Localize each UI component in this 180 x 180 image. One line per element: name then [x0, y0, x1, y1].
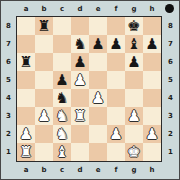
square-d5[interactable]: ♟	[71, 71, 89, 89]
square-h1[interactable]	[143, 143, 161, 161]
rank-labels-left: 87654321	[2, 17, 15, 161]
white-knight[interactable]: ♞	[53, 107, 71, 125]
square-a5[interactable]	[17, 71, 35, 89]
coord-label: c	[53, 2, 71, 15]
square-g5[interactable]	[125, 71, 143, 89]
square-h3[interactable]	[143, 107, 161, 125]
square-d1[interactable]	[71, 143, 89, 161]
square-e6[interactable]	[89, 53, 107, 71]
square-d2[interactable]	[71, 125, 89, 143]
coord-label: 7	[164, 35, 177, 53]
coord-label: a	[17, 2, 35, 15]
coord-label: c	[53, 163, 71, 177]
white-pawn[interactable]: ♟	[71, 71, 89, 89]
coord-label: e	[89, 163, 107, 177]
chess-board[interactable]: ♜♚♞♟♟♝♟♜♟♟♟♟♞♟♟♞♜♟♟♞♟♟♜♝♚	[17, 17, 161, 161]
black-to-move-indicator	[165, 4, 174, 13]
square-g7[interactable]: ♝	[125, 35, 143, 53]
rank-labels-right: 87654321	[164, 17, 177, 161]
square-h2[interactable]: ♟	[143, 125, 161, 143]
white-pawn[interactable]: ♟	[89, 89, 107, 107]
square-f6[interactable]	[107, 53, 125, 71]
square-c1[interactable]: ♝	[53, 143, 71, 161]
black-pawn[interactable]: ♟	[53, 71, 71, 89]
square-d4[interactable]	[71, 89, 89, 107]
white-pawn[interactable]: ♟	[17, 125, 35, 143]
square-c4[interactable]: ♞	[53, 89, 71, 107]
board-frame: ♜♚♞♟♟♝♟♜♟♟♟♟♞♟♟♞♜♟♟♞♟♟♜♝♚	[16, 16, 162, 162]
coord-label: g	[125, 163, 143, 177]
black-knight[interactable]: ♞	[53, 89, 71, 107]
square-e1[interactable]	[89, 143, 107, 161]
square-d3[interactable]: ♜	[71, 107, 89, 125]
chess-widget: abcdefgh abcdefgh 87654321 87654321 ♜♚♞♟…	[0, 0, 180, 180]
square-f8[interactable]	[107, 17, 125, 35]
coord-label: 1	[164, 143, 177, 161]
coord-label: 5	[164, 71, 177, 89]
coord-label: 3	[164, 107, 177, 125]
white-pawn[interactable]: ♟	[35, 107, 53, 125]
square-f4[interactable]	[107, 89, 125, 107]
square-h8[interactable]	[143, 17, 161, 35]
white-king[interactable]: ♚	[125, 143, 143, 161]
square-g3[interactable]: ♟	[125, 107, 143, 125]
coord-label: f	[107, 163, 125, 177]
black-bishop[interactable]: ♝	[125, 35, 143, 53]
coord-label: b	[35, 163, 53, 177]
coord-label: f	[107, 2, 125, 15]
coord-label: 6	[2, 53, 15, 71]
file-labels-bottom: abcdefgh	[17, 163, 161, 177]
black-pawn[interactable]: ♟	[125, 53, 143, 71]
black-rook[interactable]: ♜	[35, 17, 53, 35]
square-a1[interactable]: ♜	[17, 143, 35, 161]
square-h6[interactable]	[143, 53, 161, 71]
coord-label: 2	[164, 125, 177, 143]
square-f2[interactable]: ♟	[107, 125, 125, 143]
white-rook[interactable]: ♜	[71, 107, 89, 125]
square-a8[interactable]	[17, 17, 35, 35]
white-pawn[interactable]: ♟	[143, 125, 161, 143]
coord-label: 3	[2, 107, 15, 125]
square-g8[interactable]: ♚	[125, 17, 143, 35]
square-a2[interactable]: ♟	[17, 125, 35, 143]
square-e5[interactable]	[89, 71, 107, 89]
coord-label: e	[89, 2, 107, 15]
white-pawn[interactable]: ♟	[125, 107, 143, 125]
square-e7[interactable]: ♟	[89, 35, 107, 53]
square-h5[interactable]	[143, 71, 161, 89]
square-c3[interactable]: ♞	[53, 107, 71, 125]
white-rook[interactable]: ♜	[17, 143, 35, 161]
square-b6[interactable]	[35, 53, 53, 71]
square-d6[interactable]: ♟	[71, 53, 89, 71]
square-d7[interactable]: ♞	[71, 35, 89, 53]
black-king[interactable]: ♚	[125, 17, 143, 35]
black-pawn[interactable]: ♟	[107, 35, 125, 53]
square-g6[interactable]: ♟	[125, 53, 143, 71]
black-pawn[interactable]: ♟	[71, 53, 89, 71]
coord-label: 4	[2, 89, 15, 107]
square-c7[interactable]	[53, 35, 71, 53]
coord-label: d	[71, 2, 89, 15]
square-f7[interactable]: ♟	[107, 35, 125, 53]
square-e8[interactable]	[89, 17, 107, 35]
coord-label: 2	[2, 125, 15, 143]
square-d8[interactable]	[71, 17, 89, 35]
square-e4[interactable]: ♟	[89, 89, 107, 107]
square-f3[interactable]	[107, 107, 125, 125]
coord-label: 4	[164, 89, 177, 107]
black-rook[interactable]: ♜	[17, 53, 35, 71]
square-b7[interactable]	[35, 35, 53, 53]
white-knight[interactable]: ♞	[53, 125, 71, 143]
coord-label: 6	[164, 53, 177, 71]
white-pawn[interactable]: ♟	[107, 125, 125, 143]
square-b3[interactable]: ♟	[35, 107, 53, 125]
square-b5[interactable]	[35, 71, 53, 89]
square-c8[interactable]	[53, 17, 71, 35]
square-h7[interactable]: ♟	[143, 35, 161, 53]
coord-label: h	[143, 2, 161, 15]
square-b4[interactable]	[35, 89, 53, 107]
square-a7[interactable]	[17, 35, 35, 53]
coord-label: b	[35, 2, 53, 15]
square-e3[interactable]	[89, 107, 107, 125]
square-g2[interactable]	[125, 125, 143, 143]
square-b1[interactable]	[35, 143, 53, 161]
file-labels-top: abcdefgh	[17, 2, 161, 15]
white-bishop[interactable]: ♝	[53, 143, 71, 161]
coord-label: h	[143, 163, 161, 177]
square-f1[interactable]	[107, 143, 125, 161]
square-c6[interactable]	[53, 53, 71, 71]
coord-label: 8	[2, 17, 15, 35]
square-b2[interactable]	[35, 125, 53, 143]
square-b8[interactable]: ♜	[35, 17, 53, 35]
coord-label: 7	[2, 35, 15, 53]
square-a6[interactable]: ♜	[17, 53, 35, 71]
square-g1[interactable]: ♚	[125, 143, 143, 161]
black-pawn[interactable]: ♟	[89, 35, 107, 53]
square-a3[interactable]	[17, 107, 35, 125]
coord-label: 1	[2, 143, 15, 161]
square-c5[interactable]: ♟	[53, 71, 71, 89]
square-c2[interactable]: ♞	[53, 125, 71, 143]
square-f5[interactable]	[107, 71, 125, 89]
coord-label: 5	[2, 71, 15, 89]
coord-label: g	[125, 2, 143, 15]
black-knight[interactable]: ♞	[71, 35, 89, 53]
square-g4[interactable]	[125, 89, 143, 107]
square-h4[interactable]	[143, 89, 161, 107]
coord-label: d	[71, 163, 89, 177]
square-a4[interactable]	[17, 89, 35, 107]
black-pawn[interactable]: ♟	[143, 35, 161, 53]
square-e2[interactable]	[89, 125, 107, 143]
coord-label: a	[17, 163, 35, 177]
coord-label: 8	[164, 17, 177, 35]
